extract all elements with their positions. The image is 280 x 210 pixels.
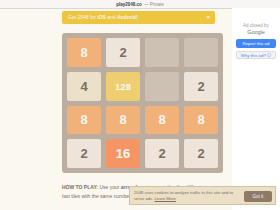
tile-r0c1: 2 [106,38,140,67]
tile-r1c1: 128 [106,72,140,101]
window-title-site: play2048.co [116,2,142,7]
how-to-play-t1: Use your [98,184,121,190]
why-this-ad-button[interactable]: Why this ad? ⓘ [236,51,276,59]
banner-text-prefix: Get 2048 for [68,14,97,20]
learn-more-link[interactable]: Learn More [154,196,175,201]
cookie-notice: 2048 uses cookies to analyze traffic to … [129,186,276,205]
tile-r0c3 [184,38,218,67]
tile-r1c2 [145,72,179,101]
cookie-line1: 2048 uses cookies to analyze traffic to … [134,190,220,195]
tile-r2c0: 8 [67,106,101,135]
banner-text-mid: and [106,14,117,20]
banner-close-icon[interactable]: × [206,11,210,24]
ad-panel: Ad closed by Google Report this ad Why t… [232,8,280,210]
how-to-play-label: HOW TO PLAY: [62,184,98,190]
tile-r3c2: 2 [145,139,179,168]
cookie-text: 2048 uses cookies to analyze traffic to … [134,190,242,202]
google-label: Google [232,29,280,36]
banner-ios-link[interactable]: iOS [97,14,106,20]
report-ad-button[interactable]: Report this ad [236,39,276,48]
page: play2048.co — Private Ad closed by Googl… [0,0,280,210]
tile-r3c3: 2 [184,139,218,168]
banner-android-link[interactable]: Android! [117,14,138,20]
tile-r0c0: 8 [67,38,101,67]
app-banner: Get 2048 for iOS and Android! × [62,11,215,24]
tile-r2c2: 8 [145,106,179,135]
tile-r2c3: 8 [184,106,218,135]
tile-r1c0: 4 [67,72,101,101]
tile-r3c0: 2 [67,139,101,168]
game-board: 8 2 4 128 2 8 8 8 8 2 16 2 2 [62,33,223,173]
tile-r0c2 [145,38,179,67]
tile-r3c1: 16 [106,139,140,168]
tile-r1c3: 2 [184,72,218,101]
window-title-suffix: — Private [144,2,164,7]
got-it-button[interactable]: Got it [244,191,272,202]
tile-r2c1: 8 [106,106,140,135]
